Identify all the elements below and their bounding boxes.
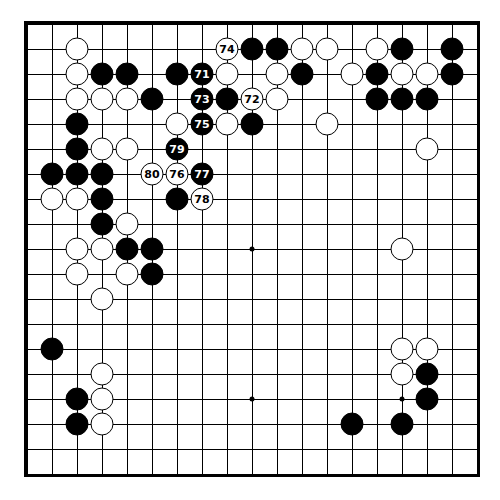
white-stone bbox=[316, 113, 339, 136]
white-stone bbox=[391, 63, 414, 86]
black-stone bbox=[241, 113, 264, 136]
white-stone bbox=[66, 188, 89, 211]
white-stone bbox=[366, 38, 389, 61]
white-stone bbox=[116, 213, 139, 236]
black-stone bbox=[41, 163, 64, 186]
black-stone bbox=[116, 238, 139, 261]
move-71-stone: 71 bbox=[191, 63, 214, 86]
black-stone bbox=[441, 38, 464, 61]
black-stone bbox=[141, 263, 164, 286]
black-stone bbox=[416, 363, 439, 386]
white-stone bbox=[416, 138, 439, 161]
white-stone bbox=[341, 63, 364, 86]
move-74-stone: 74 bbox=[216, 38, 239, 61]
white-stone bbox=[266, 88, 289, 111]
move-76-stone: 76 bbox=[166, 163, 189, 186]
white-stone bbox=[166, 113, 189, 136]
black-stone bbox=[291, 63, 314, 86]
black-stone bbox=[91, 188, 114, 211]
move-75-stone: 75 bbox=[191, 113, 214, 136]
black-stone bbox=[91, 163, 114, 186]
white-stone bbox=[266, 63, 289, 86]
black-stone bbox=[441, 63, 464, 86]
black-stone bbox=[91, 63, 114, 86]
star-point bbox=[250, 247, 255, 252]
white-stone bbox=[66, 263, 89, 286]
black-stone bbox=[266, 38, 289, 61]
white-stone bbox=[216, 113, 239, 136]
black-stone bbox=[66, 163, 89, 186]
black-stone bbox=[141, 88, 164, 111]
move-77-stone: 77 bbox=[191, 163, 214, 186]
black-stone bbox=[66, 138, 89, 161]
move-79-stone: 79 bbox=[166, 138, 189, 161]
white-stone bbox=[91, 413, 114, 436]
black-stone bbox=[41, 338, 64, 361]
white-stone bbox=[391, 338, 414, 361]
go-diagram: 74717372757980767778 bbox=[0, 0, 500, 500]
white-stone bbox=[116, 88, 139, 111]
go-board: 74717372757980767778 bbox=[24, 21, 480, 477]
white-stone bbox=[391, 238, 414, 261]
white-stone bbox=[116, 138, 139, 161]
black-stone bbox=[366, 63, 389, 86]
black-stone bbox=[391, 38, 414, 61]
move-80-stone: 80 bbox=[141, 163, 164, 186]
black-stone bbox=[241, 38, 264, 61]
white-stone bbox=[91, 288, 114, 311]
white-stone bbox=[391, 363, 414, 386]
black-stone bbox=[366, 88, 389, 111]
white-stone bbox=[91, 238, 114, 261]
black-stone bbox=[66, 413, 89, 436]
move-78-stone: 78 bbox=[191, 188, 214, 211]
black-stone bbox=[341, 413, 364, 436]
white-stone bbox=[66, 88, 89, 111]
black-stone bbox=[391, 88, 414, 111]
black-stone bbox=[66, 388, 89, 411]
star-point bbox=[250, 397, 255, 402]
black-stone bbox=[116, 63, 139, 86]
white-stone bbox=[66, 238, 89, 261]
white-stone bbox=[91, 363, 114, 386]
white-stone bbox=[41, 188, 64, 211]
white-stone bbox=[291, 38, 314, 61]
white-stone bbox=[91, 138, 114, 161]
move-72-stone: 72 bbox=[241, 88, 264, 111]
black-stone bbox=[216, 88, 239, 111]
black-stone bbox=[66, 113, 89, 136]
black-stone bbox=[391, 413, 414, 436]
white-stone bbox=[91, 88, 114, 111]
black-stone bbox=[91, 213, 114, 236]
black-stone bbox=[416, 388, 439, 411]
white-stone bbox=[416, 63, 439, 86]
move-73-stone: 73 bbox=[191, 88, 214, 111]
white-stone bbox=[416, 338, 439, 361]
white-stone bbox=[216, 63, 239, 86]
black-stone bbox=[166, 63, 189, 86]
black-stone bbox=[166, 188, 189, 211]
black-stone bbox=[416, 88, 439, 111]
white-stone bbox=[91, 388, 114, 411]
white-stone bbox=[316, 38, 339, 61]
white-stone bbox=[116, 263, 139, 286]
black-stone bbox=[141, 238, 164, 261]
white-stone bbox=[66, 38, 89, 61]
star-point bbox=[400, 397, 405, 402]
white-stone bbox=[66, 63, 89, 86]
